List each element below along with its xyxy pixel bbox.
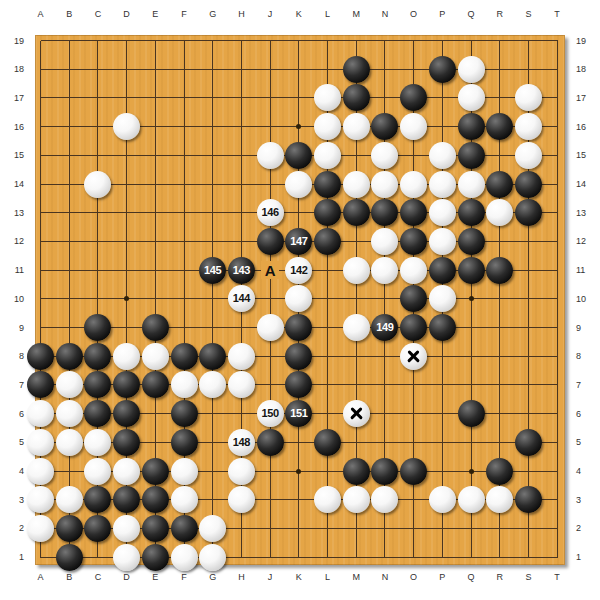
stone-o8[interactable] <box>400 343 427 370</box>
top-coord-label: R <box>490 8 510 20</box>
top-coord-label: D <box>117 8 137 20</box>
stone-j5[interactable] <box>257 429 284 456</box>
stone-f8[interactable] <box>171 343 198 370</box>
stone-a5[interactable] <box>27 429 54 456</box>
move-number: 142 <box>290 257 307 284</box>
stone-j12[interactable] <box>257 228 284 255</box>
stone-o14[interactable] <box>400 171 427 198</box>
go-board-page: AABBCCDDEEFFGGHHJJKKLLMMNNOOPPQQRRSSTT19… <box>0 0 600 600</box>
stone-b7[interactable] <box>56 371 83 398</box>
stone-a8[interactable] <box>27 343 54 370</box>
stone-o9[interactable] <box>400 314 427 341</box>
stone-d16[interactable] <box>113 113 140 140</box>
stone-e2[interactable] <box>142 515 169 542</box>
stone-f1[interactable] <box>171 544 198 571</box>
stone-s3[interactable] <box>515 486 542 513</box>
top-coord-label: H <box>231 8 251 20</box>
grid-vline <box>69 41 70 559</box>
left-coord-label: 6 <box>2 408 24 420</box>
stone-l5[interactable] <box>314 429 341 456</box>
right-coord-label: 9 <box>576 322 598 334</box>
bottom-coord-label: G <box>203 571 223 583</box>
stone-r14[interactable] <box>486 171 513 198</box>
move-number: 150 <box>262 400 279 427</box>
stone-h5[interactable]: 148 <box>228 429 255 456</box>
x-mark-icon <box>343 400 370 427</box>
left-coord-label: 17 <box>2 92 24 104</box>
top-coord-label: A <box>31 8 51 20</box>
move-number: 147 <box>290 228 307 255</box>
stone-m6[interactable] <box>343 400 370 427</box>
stone-d4[interactable] <box>113 458 140 485</box>
stone-m3[interactable] <box>343 486 370 513</box>
right-coord-label: 4 <box>576 465 598 477</box>
left-coord-label: 1 <box>2 551 24 563</box>
stone-f2[interactable] <box>171 515 198 542</box>
right-coord-label: 11 <box>576 264 598 276</box>
stone-b5[interactable] <box>56 429 83 456</box>
stone-e1[interactable] <box>142 544 169 571</box>
stone-q14[interactable] <box>458 171 485 198</box>
bottom-coord-label: O <box>404 571 424 583</box>
stone-p3[interactable] <box>429 486 456 513</box>
stone-l3[interactable] <box>314 486 341 513</box>
stone-j9[interactable] <box>257 314 284 341</box>
bottom-coord-label: E <box>145 571 165 583</box>
star-point <box>469 469 474 474</box>
bottom-coord-label: R <box>490 571 510 583</box>
left-coord-label: 16 <box>2 121 24 133</box>
bottom-coord-label: H <box>231 571 251 583</box>
stone-o11[interactable] <box>400 257 427 284</box>
right-coord-label: 1 <box>576 551 598 563</box>
point-label-a[interactable]: A <box>261 261 279 279</box>
stone-p12[interactable] <box>429 228 456 255</box>
stone-c4[interactable] <box>84 458 111 485</box>
right-coord-label: 12 <box>576 235 598 247</box>
stone-p18[interactable] <box>429 56 456 83</box>
stone-k12[interactable]: 147 <box>285 228 312 255</box>
stone-g1[interactable] <box>199 544 226 571</box>
bottom-coord-label: C <box>88 571 108 583</box>
stone-m9[interactable] <box>343 314 370 341</box>
stone-b6[interactable] <box>56 400 83 427</box>
grid-hline <box>41 40 559 41</box>
stone-h4[interactable] <box>228 458 255 485</box>
right-coord-label: 16 <box>576 121 598 133</box>
right-coord-label: 10 <box>576 293 598 305</box>
stone-n11[interactable] <box>371 257 398 284</box>
right-coord-label: 17 <box>576 92 598 104</box>
stone-o16[interactable] <box>400 113 427 140</box>
stone-c14[interactable] <box>84 171 111 198</box>
star-point <box>296 469 301 474</box>
stone-s14[interactable] <box>515 171 542 198</box>
stone-h11[interactable]: 143 <box>228 257 255 284</box>
stone-l13[interactable] <box>314 199 341 226</box>
bottom-coord-label: N <box>375 571 395 583</box>
right-coord-label: 5 <box>576 436 598 448</box>
stone-e9[interactable] <box>142 314 169 341</box>
stone-k8[interactable] <box>285 343 312 370</box>
grid-vline <box>212 41 213 559</box>
left-coord-label: 12 <box>2 235 24 247</box>
stone-h3[interactable] <box>228 486 255 513</box>
stone-b1[interactable] <box>56 544 83 571</box>
stone-f3[interactable] <box>171 486 198 513</box>
stone-o4[interactable] <box>400 458 427 485</box>
top-coord-label: N <box>375 8 395 20</box>
stone-k14[interactable] <box>285 171 312 198</box>
right-coord-label: 18 <box>576 63 598 75</box>
top-coord-label: L <box>318 8 338 20</box>
top-coord-label: J <box>260 8 280 20</box>
stone-e3[interactable] <box>142 486 169 513</box>
left-coord-label: 13 <box>2 207 24 219</box>
left-coord-label: 7 <box>2 379 24 391</box>
bottom-coord-label: Q <box>461 571 481 583</box>
stone-b3[interactable] <box>56 486 83 513</box>
top-coord-label: P <box>432 8 452 20</box>
stone-p14[interactable] <box>429 171 456 198</box>
bottom-coord-label: P <box>432 571 452 583</box>
bottom-coord-label: M <box>346 571 366 583</box>
top-coord-label: E <box>145 8 165 20</box>
bottom-coord-label: D <box>117 571 137 583</box>
right-coord-label: 19 <box>576 35 598 47</box>
top-coord-label: T <box>547 8 567 20</box>
stone-j6[interactable]: 150 <box>257 400 284 427</box>
top-coord-label: G <box>203 8 223 20</box>
move-number: 149 <box>376 314 393 341</box>
bottom-coord-label: L <box>318 571 338 583</box>
left-coord-label: 15 <box>2 149 24 161</box>
move-number: 143 <box>233 257 250 284</box>
top-coord-label: K <box>289 8 309 20</box>
top-coord-label: M <box>346 8 366 20</box>
left-coord-label: 3 <box>2 494 24 506</box>
stone-q15[interactable] <box>458 142 485 169</box>
stone-m4[interactable] <box>343 458 370 485</box>
top-coord-label: F <box>174 8 194 20</box>
stone-g8[interactable] <box>199 343 226 370</box>
move-number: 145 <box>204 257 221 284</box>
stone-p10[interactable] <box>429 285 456 312</box>
stone-q18[interactable] <box>458 56 485 83</box>
stone-f4[interactable] <box>171 458 198 485</box>
stone-l16[interactable] <box>314 113 341 140</box>
top-coord-label: Q <box>461 8 481 20</box>
stone-a2[interactable] <box>27 515 54 542</box>
left-coord-label: 14 <box>2 178 24 190</box>
stone-m18[interactable] <box>343 56 370 83</box>
stone-a3[interactable] <box>27 486 54 513</box>
stone-b2[interactable] <box>56 515 83 542</box>
stone-d6[interactable] <box>113 400 140 427</box>
stone-e8[interactable] <box>142 343 169 370</box>
bottom-coord-label: B <box>59 571 79 583</box>
stone-c5[interactable] <box>84 429 111 456</box>
top-coord-label: O <box>404 8 424 20</box>
stone-m14[interactable] <box>343 171 370 198</box>
top-coord-label: C <box>88 8 108 20</box>
bottom-coord-label: K <box>289 571 309 583</box>
left-coord-label: 2 <box>2 522 24 534</box>
stone-l15[interactable] <box>314 142 341 169</box>
left-coord-label: 4 <box>2 465 24 477</box>
stone-h8[interactable] <box>228 343 255 370</box>
stone-f7[interactable] <box>171 371 198 398</box>
stone-a4[interactable] <box>27 458 54 485</box>
stone-j15[interactable] <box>257 142 284 169</box>
move-number: 148 <box>233 429 250 456</box>
stone-m17[interactable] <box>343 84 370 111</box>
stone-e4[interactable] <box>142 458 169 485</box>
stone-d5[interactable] <box>113 429 140 456</box>
stone-m16[interactable] <box>343 113 370 140</box>
grid-vline <box>270 41 271 559</box>
left-coord-label: 8 <box>2 350 24 362</box>
stone-q6[interactable] <box>458 400 485 427</box>
right-coord-label: 15 <box>576 149 598 161</box>
right-coord-label: 3 <box>576 494 598 506</box>
stone-q12[interactable] <box>458 228 485 255</box>
stone-f5[interactable] <box>171 429 198 456</box>
left-coord-label: 18 <box>2 63 24 75</box>
star-point <box>469 296 474 301</box>
top-coord-label: S <box>518 8 538 20</box>
move-number: 144 <box>233 285 250 312</box>
right-coord-label: 7 <box>576 379 598 391</box>
stone-n15[interactable] <box>371 142 398 169</box>
stone-r11[interactable] <box>486 257 513 284</box>
stone-o12[interactable] <box>400 228 427 255</box>
stone-p11[interactable] <box>429 257 456 284</box>
left-coord-label: 9 <box>2 322 24 334</box>
right-coord-label: 6 <box>576 408 598 420</box>
grid-vline <box>557 41 558 559</box>
stone-c8[interactable] <box>84 343 111 370</box>
stone-l12[interactable] <box>314 228 341 255</box>
stone-m13[interactable] <box>343 199 370 226</box>
stone-q11[interactable] <box>458 257 485 284</box>
move-number: 151 <box>290 400 307 427</box>
stone-k15[interactable] <box>285 142 312 169</box>
top-coord-label: B <box>59 8 79 20</box>
stone-p15[interactable] <box>429 142 456 169</box>
stone-h10[interactable]: 144 <box>228 285 255 312</box>
stone-d8[interactable] <box>113 343 140 370</box>
bottom-coord-label: A <box>31 571 51 583</box>
stone-n14[interactable] <box>371 171 398 198</box>
left-coord-label: 11 <box>2 264 24 276</box>
bottom-coord-label: F <box>174 571 194 583</box>
x-mark-icon <box>400 343 427 370</box>
bottom-coord-label: S <box>518 571 538 583</box>
right-coord-label: 13 <box>576 207 598 219</box>
stone-p9[interactable] <box>429 314 456 341</box>
stone-j13[interactable]: 146 <box>257 199 284 226</box>
stone-s13[interactable] <box>515 199 542 226</box>
right-coord-label: 14 <box>576 178 598 190</box>
stone-q3[interactable] <box>458 486 485 513</box>
stone-n4[interactable] <box>371 458 398 485</box>
stone-q17[interactable] <box>458 84 485 111</box>
stone-s16[interactable] <box>515 113 542 140</box>
right-coord-label: 2 <box>576 522 598 534</box>
right-coord-label: 8 <box>576 350 598 362</box>
stone-s5[interactable] <box>515 429 542 456</box>
stone-l14[interactable] <box>314 171 341 198</box>
stone-k11[interactable]: 142 <box>285 257 312 284</box>
left-coord-label: 5 <box>2 436 24 448</box>
stone-q16[interactable] <box>458 113 485 140</box>
bottom-coord-label: J <box>260 571 280 583</box>
stone-d2[interactable] <box>113 515 140 542</box>
left-coord-label: 10 <box>2 293 24 305</box>
move-number: 146 <box>262 199 279 226</box>
stone-e7[interactable] <box>142 371 169 398</box>
stone-r4[interactable] <box>486 458 513 485</box>
stone-g2[interactable] <box>199 515 226 542</box>
stone-s15[interactable] <box>515 142 542 169</box>
stone-m11[interactable] <box>343 257 370 284</box>
bottom-coord-label: T <box>547 571 567 583</box>
stone-b8[interactable] <box>56 343 83 370</box>
stone-g11[interactable]: 145 <box>199 257 226 284</box>
stone-f6[interactable] <box>171 400 198 427</box>
stone-q13[interactable] <box>458 199 485 226</box>
stone-p13[interactable] <box>429 199 456 226</box>
left-coord-label: 19 <box>2 35 24 47</box>
stone-d1[interactable] <box>113 544 140 571</box>
stone-a6[interactable] <box>27 400 54 427</box>
